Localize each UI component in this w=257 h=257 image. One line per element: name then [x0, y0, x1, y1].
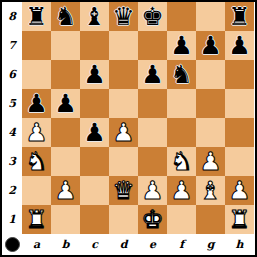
square-h5[interactable]: [225, 89, 254, 118]
white-king-e1: ♚: [141, 205, 163, 234]
rank-label-4: 4: [2, 118, 22, 147]
file-label-a: a: [22, 234, 51, 255]
square-g6[interactable]: [196, 60, 225, 89]
square-g3[interactable]: ♟: [196, 147, 225, 176]
white-knight-f3: ♞: [170, 147, 192, 176]
square-b8[interactable]: ♞: [51, 2, 80, 31]
square-e5[interactable]: [138, 89, 167, 118]
square-e1[interactable]: ♚: [138, 205, 167, 234]
square-g2[interactable]: ♝: [196, 176, 225, 205]
rank-label-2: 2: [2, 176, 22, 205]
square-e3[interactable]: [138, 147, 167, 176]
square-b2[interactable]: ♟: [51, 176, 80, 205]
rank-label-6: 6: [2, 60, 22, 89]
square-d6[interactable]: [109, 60, 138, 89]
white-pawn-b2: ♟: [54, 176, 76, 205]
square-c8[interactable]: ♝: [80, 2, 109, 31]
square-f5[interactable]: [167, 89, 196, 118]
black-bishop-c8: ♝: [83, 2, 105, 31]
square-a3[interactable]: ♞: [22, 147, 51, 176]
black-pawn-b5: ♟: [54, 89, 76, 118]
square-e2[interactable]: ♟: [138, 176, 167, 205]
square-g1[interactable]: [196, 205, 225, 234]
file-label-b: b: [51, 234, 80, 255]
square-g8[interactable]: [196, 2, 225, 31]
square-d8[interactable]: ♛: [109, 2, 138, 31]
file-label-f: f: [167, 234, 196, 255]
rank-label-7: 7: [2, 31, 22, 60]
square-h8[interactable]: ♜: [225, 2, 254, 31]
black-rook-h8: ♜: [228, 2, 250, 31]
file-label-g: g: [196, 234, 225, 255]
white-bishop-g2: ♝: [199, 176, 221, 205]
white-pawn-f2: ♟: [170, 176, 192, 205]
rank-label-8: 8: [2, 2, 22, 31]
file-label-e: e: [138, 234, 167, 255]
white-pawn-g3: ♟: [199, 147, 221, 176]
square-b3[interactable]: [51, 147, 80, 176]
square-h3[interactable]: [225, 147, 254, 176]
black-pawn-f7: ♟: [170, 31, 192, 60]
square-f3[interactable]: ♞: [167, 147, 196, 176]
square-g5[interactable]: [196, 89, 225, 118]
white-pawn-a4: ♟: [25, 118, 47, 147]
black-rook-a8: ♜: [25, 2, 47, 31]
white-knight-a3: ♞: [25, 147, 47, 176]
square-a8[interactable]: ♜: [22, 2, 51, 31]
black-pawn-h7: ♟: [228, 31, 250, 60]
square-h2[interactable]: ♟: [225, 176, 254, 205]
square-c4[interactable]: ♟: [80, 118, 109, 147]
square-h7[interactable]: ♟: [225, 31, 254, 60]
square-a7[interactable]: [22, 31, 51, 60]
square-b6[interactable]: [51, 60, 80, 89]
square-c7[interactable]: [80, 31, 109, 60]
square-b5[interactable]: ♟: [51, 89, 80, 118]
black-knight-f6: ♞: [170, 60, 192, 89]
square-f4[interactable]: [167, 118, 196, 147]
square-e7[interactable]: [138, 31, 167, 60]
square-g4[interactable]: [196, 118, 225, 147]
rank-label-1: 1: [2, 205, 22, 234]
white-pawn-d4: ♟: [112, 118, 134, 147]
white-pawn-e2: ♟: [141, 176, 163, 205]
square-e8[interactable]: ♚: [138, 2, 167, 31]
black-pawn-e6: ♟: [141, 60, 163, 89]
square-d1[interactable]: [109, 205, 138, 234]
side-to-move-cell: [2, 234, 22, 255]
square-a2[interactable]: [22, 176, 51, 205]
black-king-e8: ♚: [141, 2, 163, 31]
square-a6[interactable]: [22, 60, 51, 89]
file-label-c: c: [80, 234, 109, 255]
white-rook-a1: ♜: [25, 205, 47, 234]
rank-label-5: 5: [2, 89, 22, 118]
square-a1[interactable]: ♜: [22, 205, 51, 234]
square-c6[interactable]: ♟: [80, 60, 109, 89]
square-f1[interactable]: [167, 205, 196, 234]
black-pawn-c4: ♟: [83, 118, 105, 147]
chessboard: 8♜♞♝♛♚♜7♟♟♟6♟♟♞5♟♟4♟♟♟3♞♞♟2♟♛♟♟♝♟1♜♚♜abc…: [2, 2, 255, 255]
square-f2[interactable]: ♟: [167, 176, 196, 205]
square-f6[interactable]: ♞: [167, 60, 196, 89]
chessboard-diagram: 8♜♞♝♛♚♜7♟♟♟6♟♟♞5♟♟4♟♟♟3♞♞♟2♟♛♟♟♝♟1♜♚♜abc…: [0, 0, 257, 257]
black-pawn-c6: ♟: [83, 60, 105, 89]
square-d7[interactable]: [109, 31, 138, 60]
square-d4[interactable]: ♟: [109, 118, 138, 147]
square-g7[interactable]: ♟: [196, 31, 225, 60]
square-b1[interactable]: [51, 205, 80, 234]
square-h6[interactable]: [225, 60, 254, 89]
square-h1[interactable]: ♜: [225, 205, 254, 234]
square-a5[interactable]: ♟: [22, 89, 51, 118]
white-queen-d2: ♛: [112, 176, 134, 205]
square-f8[interactable]: [167, 2, 196, 31]
white-pawn-h2: ♟: [228, 176, 250, 205]
square-d5[interactable]: [109, 89, 138, 118]
square-e6[interactable]: ♟: [138, 60, 167, 89]
file-label-h: h: [225, 234, 254, 255]
square-d3[interactable]: [109, 147, 138, 176]
square-a4[interactable]: ♟: [22, 118, 51, 147]
file-label-d: d: [109, 234, 138, 255]
black-queen-d8: ♛: [112, 2, 134, 31]
black-pawn-g7: ♟: [199, 31, 221, 60]
square-b7[interactable]: [51, 31, 80, 60]
square-c3[interactable]: [80, 147, 109, 176]
white-rook-h1: ♜: [228, 205, 250, 234]
black-pawn-a5: ♟: [25, 89, 47, 118]
square-f7[interactable]: ♟: [167, 31, 196, 60]
square-h4[interactable]: [225, 118, 254, 147]
square-c2[interactable]: [80, 176, 109, 205]
rank-label-3: 3: [2, 147, 22, 176]
square-c1[interactable]: [80, 205, 109, 234]
square-d2[interactable]: ♛: [109, 176, 138, 205]
black-to-move-indicator: [5, 237, 20, 252]
square-b4[interactable]: [51, 118, 80, 147]
square-e4[interactable]: [138, 118, 167, 147]
black-knight-b8: ♞: [54, 2, 76, 31]
square-c5[interactable]: [80, 89, 109, 118]
